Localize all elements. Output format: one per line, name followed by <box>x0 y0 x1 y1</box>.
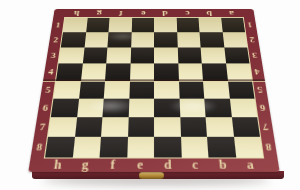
square-d8 <box>154 137 181 158</box>
square-b5 <box>203 81 229 99</box>
square-f8 <box>100 137 128 158</box>
file-label-bottom-g: g <box>71 157 100 171</box>
file-label-bottom-b: b <box>208 157 237 171</box>
file-label-bottom-f: f <box>99 157 127 171</box>
square-b8 <box>207 137 236 158</box>
square-g1 <box>86 18 110 33</box>
square-b6 <box>204 98 231 117</box>
file-label-top-g: g <box>87 9 110 18</box>
square-b4 <box>202 64 228 81</box>
square-a7 <box>231 117 260 137</box>
square-g4 <box>81 64 107 81</box>
square-h6 <box>51 98 79 117</box>
square-h7 <box>48 117 77 137</box>
square-d5 <box>154 81 179 99</box>
square-h5 <box>54 81 81 99</box>
square-b1 <box>198 18 222 33</box>
square-h1 <box>63 18 87 33</box>
square-b3 <box>201 48 226 64</box>
square-e4 <box>130 64 154 81</box>
file-label-bottom-d: d <box>154 157 182 171</box>
square-b7 <box>206 117 234 137</box>
rank-label-right-3: 3 <box>247 48 262 64</box>
square-g5 <box>79 81 105 99</box>
square-e5 <box>129 81 154 99</box>
photo-background: hgfedcba hgfedcba 12345678 12345678 <box>0 0 300 190</box>
board-grid <box>45 18 263 158</box>
rank-label-right-4: 4 <box>250 64 265 81</box>
rank-label-right-2: 2 <box>245 32 260 47</box>
square-c5 <box>178 81 204 99</box>
square-c8 <box>180 137 208 158</box>
square-e3 <box>130 48 154 64</box>
square-g3 <box>82 48 107 64</box>
file-label-top-d: d <box>154 9 176 18</box>
square-c3 <box>177 48 201 64</box>
square-c6 <box>179 98 205 117</box>
square-a6 <box>229 98 257 117</box>
square-f5 <box>104 81 130 99</box>
brass-latch-icon <box>139 172 164 179</box>
square-d6 <box>154 98 180 117</box>
file-labels-bottom: hgfedcba <box>43 157 265 171</box>
chessboard: hgfedcba hgfedcba 12345678 12345678 <box>28 9 279 172</box>
rank-label-right-5: 5 <box>252 81 268 99</box>
square-h8 <box>45 137 74 158</box>
file-label-top-f: f <box>110 9 133 18</box>
square-a4 <box>226 64 252 81</box>
square-a5 <box>227 81 254 99</box>
square-d1 <box>154 18 177 33</box>
square-h3 <box>58 48 84 64</box>
square-e8 <box>127 137 154 158</box>
file-label-bottom-c: c <box>181 157 209 171</box>
square-c4 <box>178 64 203 81</box>
file-label-top-h: h <box>65 9 88 18</box>
square-h2 <box>61 32 86 47</box>
square-e6 <box>128 98 154 117</box>
square-a8 <box>233 137 262 158</box>
square-c7 <box>180 117 207 137</box>
square-f4 <box>105 64 130 81</box>
square-f1 <box>108 18 131 33</box>
fold-seam <box>43 79 265 81</box>
square-d7 <box>154 117 180 137</box>
square-f2 <box>107 32 131 47</box>
file-label-top-b: b <box>198 9 221 18</box>
square-a3 <box>224 48 250 64</box>
square-g7 <box>75 117 103 137</box>
square-a1 <box>221 18 245 33</box>
square-c1 <box>176 18 199 33</box>
square-b2 <box>200 32 224 47</box>
file-labels-top: hgfedcba <box>65 9 243 18</box>
rank-label-right-1: 1 <box>243 18 257 33</box>
square-e1 <box>131 18 154 33</box>
file-label-top-e: e <box>132 9 154 18</box>
square-d2 <box>154 32 177 47</box>
file-label-bottom-e: e <box>126 157 154 171</box>
square-g2 <box>84 32 108 47</box>
square-c2 <box>177 32 201 47</box>
square-e2 <box>131 32 154 47</box>
square-d3 <box>154 48 178 64</box>
square-a2 <box>222 32 247 47</box>
square-d4 <box>154 64 178 81</box>
file-label-top-a: a <box>220 9 243 18</box>
file-label-top-c: c <box>176 9 199 18</box>
square-e7 <box>128 117 154 137</box>
square-g6 <box>77 98 104 117</box>
square-f7 <box>101 117 128 137</box>
square-g8 <box>72 137 101 158</box>
square-f6 <box>102 98 128 117</box>
file-label-bottom-h: h <box>43 157 72 171</box>
square-h4 <box>56 64 82 81</box>
square-f3 <box>106 48 130 64</box>
rank-label-right-6: 6 <box>254 98 270 117</box>
file-label-bottom-a: a <box>236 157 265 171</box>
